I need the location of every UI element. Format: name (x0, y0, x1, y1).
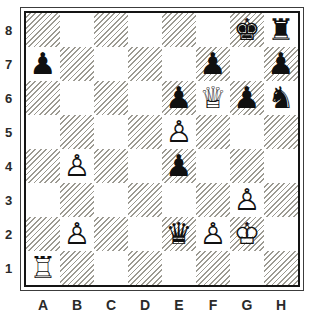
square-d1[interactable] (128, 251, 162, 285)
square-b1[interactable] (60, 251, 94, 285)
white-pawn: ♙ (60, 149, 94, 183)
square-g4[interactable] (230, 149, 264, 183)
square-e1[interactable] (162, 251, 196, 285)
white-pawn-fill: ♟ (60, 217, 94, 251)
square-c7[interactable] (94, 47, 128, 81)
square-c6[interactable] (94, 81, 128, 115)
black-pawn: ♟ (26, 47, 60, 81)
square-g3[interactable]: ♟♙ (230, 183, 264, 217)
file-label-a: A (26, 294, 60, 316)
square-b4[interactable]: ♟♙ (60, 149, 94, 183)
square-d2[interactable] (128, 217, 162, 251)
chess-board-frame: ♚♜♟♟♟♟♛♕♟♞♟♙♟♙♟♟♙♟♙♛♟♙♚♔♜♖ (20, 7, 304, 291)
rank-label-2: 2 (0, 217, 17, 251)
square-e2[interactable]: ♛ (162, 217, 196, 251)
square-b3[interactable] (60, 183, 94, 217)
white-pawn: ♙ (196, 217, 230, 251)
square-g2[interactable]: ♚♔ (230, 217, 264, 251)
white-king: ♔ (230, 217, 264, 251)
black-knight: ♞ (264, 81, 298, 115)
square-f2[interactable]: ♟♙ (196, 217, 230, 251)
rank-label-4: 4 (0, 149, 17, 183)
square-c2[interactable] (94, 217, 128, 251)
rank-label-6: 6 (0, 81, 17, 115)
square-h5[interactable] (264, 115, 298, 149)
square-e4[interactable]: ♟ (162, 149, 196, 183)
rank-label-3: 3 (0, 183, 17, 217)
square-h8[interactable]: ♜ (264, 13, 298, 47)
square-c5[interactable] (94, 115, 128, 149)
square-g1[interactable] (230, 251, 264, 285)
white-king-fill: ♚ (230, 217, 264, 251)
white-pawn-fill: ♟ (162, 115, 196, 149)
white-pawn: ♙ (230, 183, 264, 217)
white-rook-fill: ♜ (26, 251, 60, 285)
file-label-d: D (128, 294, 162, 316)
rank-label-5: 5 (0, 115, 17, 149)
square-f6[interactable]: ♛♕ (196, 81, 230, 115)
square-h2[interactable] (264, 217, 298, 251)
square-h6[interactable]: ♞ (264, 81, 298, 115)
white-pawn-fill: ♟ (60, 149, 94, 183)
square-d5[interactable] (128, 115, 162, 149)
rank-labels: 87654321 (0, 13, 17, 285)
square-h7[interactable]: ♟ (264, 47, 298, 81)
square-h4[interactable] (264, 149, 298, 183)
square-f7[interactable]: ♟ (196, 47, 230, 81)
white-pawn-fill: ♟ (230, 183, 264, 217)
square-f8[interactable] (196, 13, 230, 47)
square-d3[interactable] (128, 183, 162, 217)
square-c3[interactable] (94, 183, 128, 217)
square-f4[interactable] (196, 149, 230, 183)
square-b6[interactable] (60, 81, 94, 115)
rank-label-8: 8 (0, 13, 17, 47)
square-g5[interactable] (230, 115, 264, 149)
black-queen: ♛ (162, 217, 196, 251)
white-pawn: ♙ (162, 115, 196, 149)
black-pawn: ♟ (196, 47, 230, 81)
file-label-f: F (196, 294, 230, 316)
square-e7[interactable] (162, 47, 196, 81)
square-e8[interactable] (162, 13, 196, 47)
black-rook: ♜ (264, 13, 298, 47)
black-pawn: ♟ (264, 47, 298, 81)
file-label-h: H (264, 294, 298, 316)
white-queen-fill: ♛ (196, 81, 230, 115)
square-a8[interactable] (26, 13, 60, 47)
square-a2[interactable] (26, 217, 60, 251)
rank-label-1: 1 (0, 251, 17, 285)
white-pawn-fill: ♟ (196, 217, 230, 251)
square-c4[interactable] (94, 149, 128, 183)
black-pawn: ♟ (162, 81, 196, 115)
square-a6[interactable] (26, 81, 60, 115)
chess-board-border: ♚♜♟♟♟♟♛♕♟♞♟♙♟♙♟♟♙♟♙♛♟♙♚♔♜♖ (24, 11, 300, 287)
square-g7[interactable] (230, 47, 264, 81)
square-a3[interactable] (26, 183, 60, 217)
square-e3[interactable] (162, 183, 196, 217)
square-b5[interactable] (60, 115, 94, 149)
square-c1[interactable] (94, 251, 128, 285)
square-f1[interactable] (196, 251, 230, 285)
file-label-c: C (94, 294, 128, 316)
square-a7[interactable]: ♟ (26, 47, 60, 81)
white-rook: ♖ (26, 251, 60, 285)
square-g6[interactable]: ♟ (230, 81, 264, 115)
square-c8[interactable] (94, 13, 128, 47)
rank-label-7: 7 (0, 47, 17, 81)
square-e6[interactable]: ♟ (162, 81, 196, 115)
black-pawn: ♟ (230, 81, 264, 115)
square-d8[interactable] (128, 13, 162, 47)
white-queen: ♕ (196, 81, 230, 115)
file-label-b: B (60, 294, 94, 316)
square-d7[interactable] (128, 47, 162, 81)
file-label-g: G (230, 294, 264, 316)
square-d6[interactable] (128, 81, 162, 115)
square-e5[interactable]: ♟♙ (162, 115, 196, 149)
square-d4[interactable] (128, 149, 162, 183)
square-b8[interactable] (60, 13, 94, 47)
square-h3[interactable] (264, 183, 298, 217)
square-b7[interactable] (60, 47, 94, 81)
square-b2[interactable]: ♟♙ (60, 217, 94, 251)
square-a1[interactable]: ♜♖ (26, 251, 60, 285)
square-g8[interactable]: ♚ (230, 13, 264, 47)
file-labels: ABCDEFGH (26, 294, 298, 316)
square-f5[interactable] (196, 115, 230, 149)
black-pawn: ♟ (162, 149, 196, 183)
file-label-e: E (162, 294, 196, 316)
square-f3[interactable] (196, 183, 230, 217)
chess-diagram: 87654321 ♚♜♟♟♟♟♛♕♟♞♟♙♟♙♟♟♙♟♙♛♟♙♚♔♜♖ ABCD… (0, 0, 314, 320)
square-h1[interactable] (264, 251, 298, 285)
black-king: ♚ (230, 13, 264, 47)
square-a5[interactable] (26, 115, 60, 149)
white-pawn: ♙ (60, 217, 94, 251)
chess-board: ♚♜♟♟♟♟♛♕♟♞♟♙♟♙♟♟♙♟♙♛♟♙♚♔♜♖ (26, 13, 298, 285)
square-a4[interactable] (26, 149, 60, 183)
